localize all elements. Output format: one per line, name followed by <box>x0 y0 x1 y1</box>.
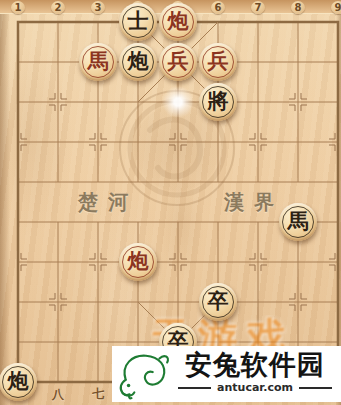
watermark-site-name: 安兔软件园 <box>185 349 325 380</box>
piece-red-cannon[interactable]: 炮 <box>159 3 197 41</box>
watermark-text-block: 安兔软件园 antucar.com <box>173 349 337 394</box>
piece-red-cannon[interactable]: 炮 <box>119 243 157 281</box>
piece-black-soldier[interactable]: 卒 <box>199 283 237 321</box>
piece-layer: 士炮馬炮兵兵將馬炮卒卒炮 <box>0 2 341 402</box>
piece-character: 炮 <box>128 251 149 272</box>
piece-character: 炮 <box>168 11 189 32</box>
watermark-url-row: antucar.com <box>178 382 332 394</box>
piece-red-horse[interactable]: 馬 <box>79 43 117 81</box>
watermark-band: 安兔软件园 antucar.com <box>112 346 341 402</box>
ram-logo-icon <box>117 350 171 400</box>
piece-red-soldier[interactable]: 兵 <box>199 43 237 81</box>
piece-black-cannon[interactable]: 炮 <box>0 363 37 401</box>
piece-character: 炮 <box>128 51 149 72</box>
xiangqi-board-screen: 123456789 九八七六五四三二一 楚河 漢界 天游戏 士炮馬炮兵兵將馬炮卒… <box>0 0 341 405</box>
piece-black-general[interactable]: 將 <box>199 83 237 121</box>
piece-character: 馬 <box>288 211 309 232</box>
piece-black-advisor[interactable]: 士 <box>119 3 157 41</box>
url-divider-left <box>178 387 211 389</box>
piece-character: 炮 <box>8 371 29 392</box>
piece-character: 兵 <box>168 51 189 72</box>
piece-red-soldier[interactable]: 兵 <box>159 43 197 81</box>
piece-black-horse[interactable]: 馬 <box>279 203 317 241</box>
piece-character: 馬 <box>88 51 109 72</box>
piece-character: 兵 <box>208 51 229 72</box>
piece-character: 卒 <box>208 291 229 312</box>
watermark-site-url: antucar.com <box>217 382 293 394</box>
url-divider-right <box>299 387 332 389</box>
piece-black-cannon[interactable]: 炮 <box>119 43 157 81</box>
piece-character: 士 <box>128 11 149 32</box>
piece-character: 將 <box>208 91 229 112</box>
move-highlight-marker <box>161 85 195 119</box>
